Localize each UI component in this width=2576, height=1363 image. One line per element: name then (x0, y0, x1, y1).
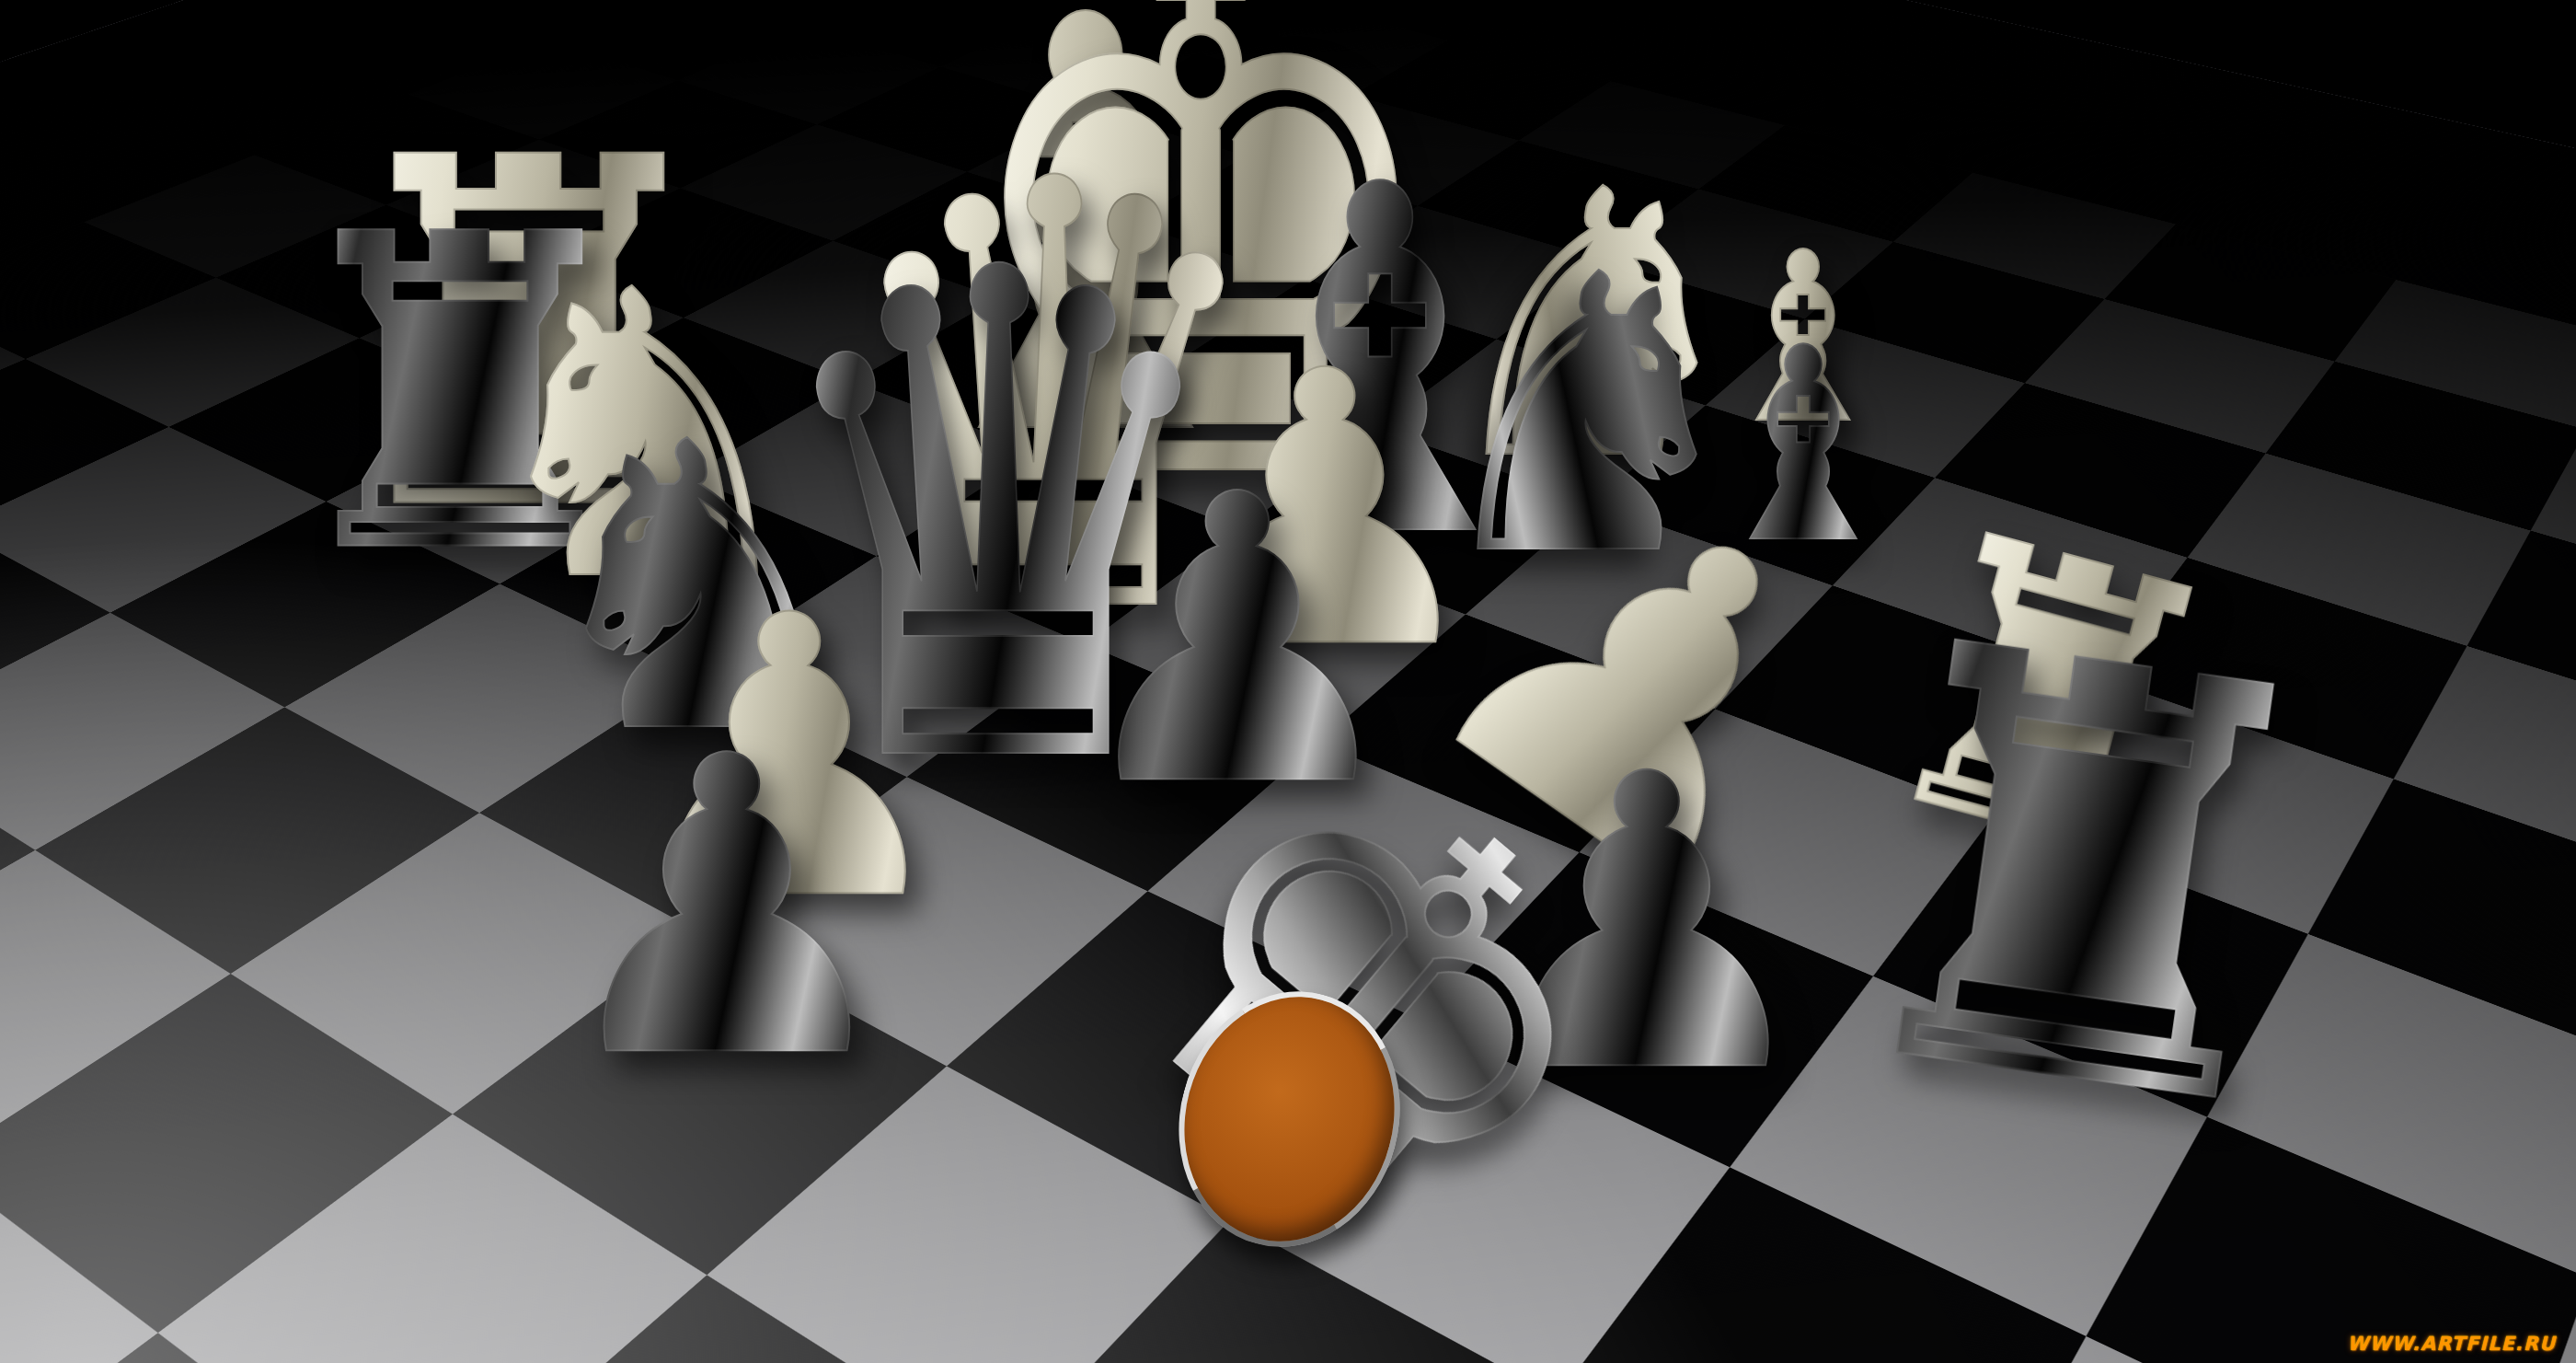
chess-piece-black-pawn-left[interactable]: ♟ (544, 704, 911, 1114)
scene-root: ♜♜♞♞♟♟♝♛♛♚♟♝♟♞♞♝♝♟♟♜♜♚ WWW.ARTFILE.RU (0, 0, 2576, 1363)
watermark-text: WWW.ARTFILE.RU (2347, 1333, 2556, 1355)
chess-piece-black-rook-right[interactable]: ♜ (1791, 560, 2377, 1196)
